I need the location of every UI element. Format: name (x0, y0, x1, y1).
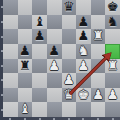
square-c8[interactable] (32, 0, 47, 15)
chess-board: ♛♚♝♟♞♟♟♜♟♟♞♜♟♟♜♟♛♚♟♟♝ (3, 0, 120, 117)
square-d8[interactable] (47, 0, 62, 15)
square-g6[interactable]: ♜ (91, 29, 106, 44)
square-h1[interactable] (105, 102, 120, 117)
square-a2[interactable] (3, 88, 18, 103)
file-coordinate-tick (112, 118, 114, 120)
square-b4[interactable]: ♜ (18, 59, 33, 74)
square-d7[interactable] (47, 15, 62, 30)
file-coordinate-tick (39, 118, 41, 120)
rank-coordinate-tick (1, 36, 3, 38)
white-pawn[interactable]: ♟ (92, 88, 104, 103)
square-h2[interactable]: ♟ (105, 88, 120, 103)
white-king[interactable]: ♚ (78, 88, 90, 103)
square-c2[interactable] (32, 88, 47, 103)
square-b7[interactable] (18, 15, 33, 30)
square-b3[interactable] (18, 73, 33, 88)
black-pawn[interactable]: ♟ (78, 15, 90, 30)
square-c5[interactable] (32, 44, 47, 59)
square-e6[interactable] (62, 29, 77, 44)
chess-board-frame: ♛♚♝♟♞♟♟♜♟♟♞♜♟♟♜♟♛♚♟♟♝ (0, 0, 120, 120)
square-g5[interactable] (91, 44, 106, 59)
square-f8[interactable] (76, 0, 91, 15)
rank-coordinate-tick (1, 21, 3, 23)
square-f2[interactable]: ♚ (76, 88, 91, 103)
square-e2[interactable]: ♛ (62, 88, 77, 103)
black-knight[interactable]: ♞ (107, 15, 119, 30)
square-f6[interactable]: ♟ (76, 29, 91, 44)
square-e1[interactable] (62, 102, 77, 117)
square-d5[interactable]: ♟ (47, 44, 62, 59)
square-c1[interactable] (32, 102, 47, 117)
square-f7[interactable]: ♟ (76, 15, 91, 30)
square-d1[interactable] (47, 102, 62, 117)
square-a1[interactable] (3, 102, 18, 117)
square-a7[interactable] (3, 15, 18, 30)
square-c7[interactable]: ♝ (32, 15, 47, 30)
black-rook[interactable]: ♜ (19, 59, 31, 74)
white-knight[interactable]: ♞ (78, 44, 90, 59)
square-f5[interactable]: ♞ (76, 44, 91, 59)
rank-coordinate-tick (1, 65, 3, 67)
square-h6[interactable] (105, 29, 120, 44)
square-h5[interactable] (105, 44, 120, 59)
file-coordinate-tick (82, 118, 84, 120)
square-g4[interactable] (91, 59, 106, 74)
black-pawn[interactable]: ♟ (48, 44, 60, 59)
square-h3[interactable] (105, 73, 120, 88)
black-bishop[interactable]: ♝ (34, 15, 46, 30)
square-e5[interactable] (62, 44, 77, 59)
square-d3[interactable] (47, 73, 62, 88)
white-bishop[interactable]: ♝ (19, 102, 31, 117)
square-h8[interactable]: ♚ (105, 0, 120, 15)
square-g1[interactable] (91, 102, 106, 117)
square-e7[interactable] (62, 15, 77, 30)
square-h4[interactable]: ♜ (105, 59, 120, 74)
square-a8[interactable] (3, 0, 18, 15)
rank-coordinate-tick (1, 109, 3, 111)
white-rook[interactable]: ♜ (92, 29, 104, 44)
file-coordinate-tick (97, 118, 99, 120)
square-a6[interactable] (3, 29, 18, 44)
square-e4[interactable] (62, 59, 77, 74)
file-coordinate-tick (24, 118, 26, 120)
square-b5[interactable]: ♟ (18, 44, 33, 59)
square-d4[interactable]: ♟ (47, 59, 62, 74)
white-queen[interactable]: ♛ (63, 88, 75, 103)
square-f4[interactable]: ♟ (76, 59, 91, 74)
file-coordinate-tick (53, 118, 55, 120)
square-f1[interactable] (76, 102, 91, 117)
square-d2[interactable] (47, 88, 62, 103)
square-b1[interactable]: ♝ (18, 102, 33, 117)
square-a5[interactable] (3, 44, 18, 59)
rank-coordinate-tick (1, 6, 3, 8)
rank-coordinate-tick (1, 94, 3, 96)
square-b8[interactable] (18, 0, 33, 15)
black-pawn[interactable]: ♟ (34, 29, 46, 44)
square-g2[interactable]: ♟ (91, 88, 106, 103)
black-pawn[interactable]: ♟ (19, 44, 31, 59)
square-c6[interactable]: ♟ (32, 29, 47, 44)
white-pawn[interactable]: ♟ (48, 59, 60, 74)
square-g7[interactable] (91, 15, 106, 30)
square-b2[interactable] (18, 88, 33, 103)
square-e3[interactable]: ♟ (62, 73, 77, 88)
square-a3[interactable] (3, 73, 18, 88)
square-a4[interactable] (3, 59, 18, 74)
white-rook[interactable]: ♜ (107, 59, 119, 74)
square-b6[interactable] (18, 29, 33, 44)
black-pawn[interactable]: ♟ (78, 29, 90, 44)
square-g8[interactable] (91, 0, 106, 15)
black-king[interactable]: ♚ (107, 0, 119, 15)
square-d6[interactable] (47, 29, 62, 44)
white-pawn[interactable]: ♟ (63, 73, 75, 88)
square-h7[interactable]: ♞ (105, 15, 120, 30)
square-c4[interactable] (32, 59, 47, 74)
black-queen[interactable]: ♛ (63, 0, 75, 15)
file-coordinate-tick (9, 118, 11, 120)
square-g3[interactable] (91, 73, 106, 88)
square-f3[interactable] (76, 73, 91, 88)
file-coordinate-tick (68, 118, 70, 120)
square-e8[interactable]: ♛ (62, 0, 77, 15)
white-pawn[interactable]: ♟ (107, 88, 119, 103)
square-c3[interactable] (32, 73, 47, 88)
rank-coordinate-tick (1, 50, 3, 52)
white-pawn[interactable]: ♟ (78, 59, 90, 74)
